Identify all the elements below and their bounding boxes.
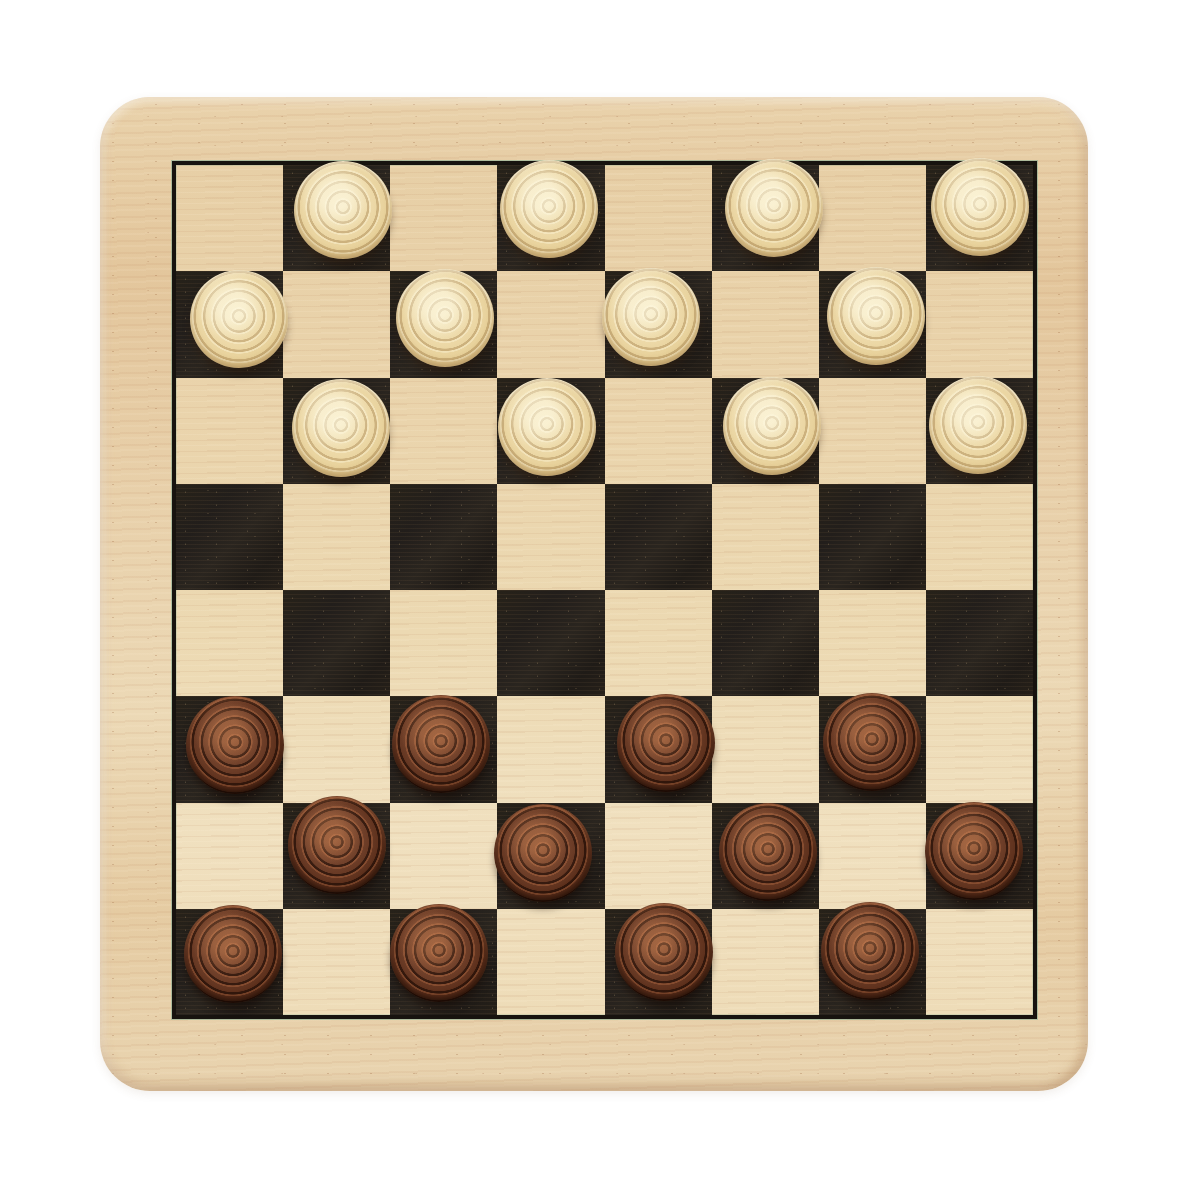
- square-a1[interactable]: [176, 909, 283, 1015]
- light-checker[interactable]: [292, 379, 390, 477]
- square-e2[interactable]: [605, 803, 712, 909]
- square-f3[interactable]: [712, 696, 819, 802]
- square-g5[interactable]: [819, 484, 926, 590]
- square-d3[interactable]: [497, 696, 604, 802]
- dark-checker[interactable]: [390, 904, 488, 1002]
- square-h1[interactable]: [926, 909, 1033, 1015]
- square-c2[interactable]: [390, 803, 497, 909]
- dark-checker[interactable]: [719, 803, 817, 901]
- square-a6[interactable]: [176, 378, 283, 484]
- square-d7[interactable]: [497, 271, 604, 377]
- square-f2[interactable]: [712, 803, 819, 909]
- square-d1[interactable]: [497, 909, 604, 1015]
- square-c4[interactable]: [390, 590, 497, 696]
- square-a2[interactable]: [176, 803, 283, 909]
- square-h4[interactable]: [926, 590, 1033, 696]
- light-checker[interactable]: [190, 270, 288, 368]
- checkers-board: [100, 97, 1088, 1091]
- dark-checker[interactable]: [288, 796, 386, 894]
- dark-checker[interactable]: [821, 902, 919, 1000]
- square-f4[interactable]: [712, 590, 819, 696]
- square-b7[interactable]: [283, 271, 390, 377]
- square-b6[interactable]: [283, 378, 390, 484]
- square-g6[interactable]: [819, 378, 926, 484]
- dark-checker[interactable]: [392, 695, 490, 793]
- square-d5[interactable]: [497, 484, 604, 590]
- light-checker[interactable]: [396, 269, 494, 367]
- dark-checker[interactable]: [184, 905, 282, 1003]
- square-h6[interactable]: [926, 378, 1033, 484]
- square-g4[interactable]: [819, 590, 926, 696]
- square-g3[interactable]: [819, 696, 926, 802]
- square-b2[interactable]: [283, 803, 390, 909]
- light-checker[interactable]: [929, 376, 1027, 474]
- square-a8[interactable]: [176, 165, 283, 271]
- square-c1[interactable]: [390, 909, 497, 1015]
- square-e5[interactable]: [605, 484, 712, 590]
- square-g8[interactable]: [819, 165, 926, 271]
- light-checker[interactable]: [602, 268, 700, 366]
- light-checker[interactable]: [725, 159, 823, 257]
- square-e6[interactable]: [605, 378, 712, 484]
- square-a7[interactable]: [176, 271, 283, 377]
- square-f7[interactable]: [712, 271, 819, 377]
- square-f6[interactable]: [712, 378, 819, 484]
- square-d2[interactable]: [497, 803, 604, 909]
- square-c8[interactable]: [390, 165, 497, 271]
- square-f5[interactable]: [712, 484, 819, 590]
- square-h8[interactable]: [926, 165, 1033, 271]
- square-b1[interactable]: [283, 909, 390, 1015]
- square-e4[interactable]: [605, 590, 712, 696]
- square-f1[interactable]: [712, 909, 819, 1015]
- square-a5[interactable]: [176, 484, 283, 590]
- square-f8[interactable]: [712, 165, 819, 271]
- square-b5[interactable]: [283, 484, 390, 590]
- square-b8[interactable]: [283, 165, 390, 271]
- square-c6[interactable]: [390, 378, 497, 484]
- light-checker[interactable]: [827, 267, 925, 365]
- square-d6[interactable]: [497, 378, 604, 484]
- square-d4[interactable]: [497, 590, 604, 696]
- square-b3[interactable]: [283, 696, 390, 802]
- dark-checker[interactable]: [615, 903, 713, 1001]
- square-d8[interactable]: [497, 165, 604, 271]
- dark-checker[interactable]: [925, 802, 1023, 900]
- square-e7[interactable]: [605, 271, 712, 377]
- dark-checker[interactable]: [823, 693, 921, 791]
- square-a4[interactable]: [176, 590, 283, 696]
- square-h3[interactable]: [926, 696, 1033, 802]
- square-c5[interactable]: [390, 484, 497, 590]
- square-g1[interactable]: [819, 909, 926, 1015]
- square-e3[interactable]: [605, 696, 712, 802]
- dark-checker[interactable]: [494, 804, 592, 902]
- dark-checker[interactable]: [186, 696, 284, 794]
- light-checker[interactable]: [723, 377, 821, 475]
- square-e8[interactable]: [605, 165, 712, 271]
- square-h7[interactable]: [926, 271, 1033, 377]
- square-h5[interactable]: [926, 484, 1033, 590]
- square-g7[interactable]: [819, 271, 926, 377]
- square-h2[interactable]: [926, 803, 1033, 909]
- photo-background: [0, 0, 1200, 1200]
- square-e1[interactable]: [605, 909, 712, 1015]
- board-grid: [172, 161, 1037, 1019]
- square-b4[interactable]: [283, 590, 390, 696]
- light-checker[interactable]: [294, 161, 392, 259]
- square-g2[interactable]: [819, 803, 926, 909]
- light-checker[interactable]: [498, 378, 596, 476]
- light-checker[interactable]: [500, 160, 598, 258]
- square-a3[interactable]: [176, 696, 283, 802]
- square-c3[interactable]: [390, 696, 497, 802]
- dark-checker[interactable]: [617, 694, 715, 792]
- square-c7[interactable]: [390, 271, 497, 377]
- light-checker[interactable]: [931, 158, 1029, 256]
